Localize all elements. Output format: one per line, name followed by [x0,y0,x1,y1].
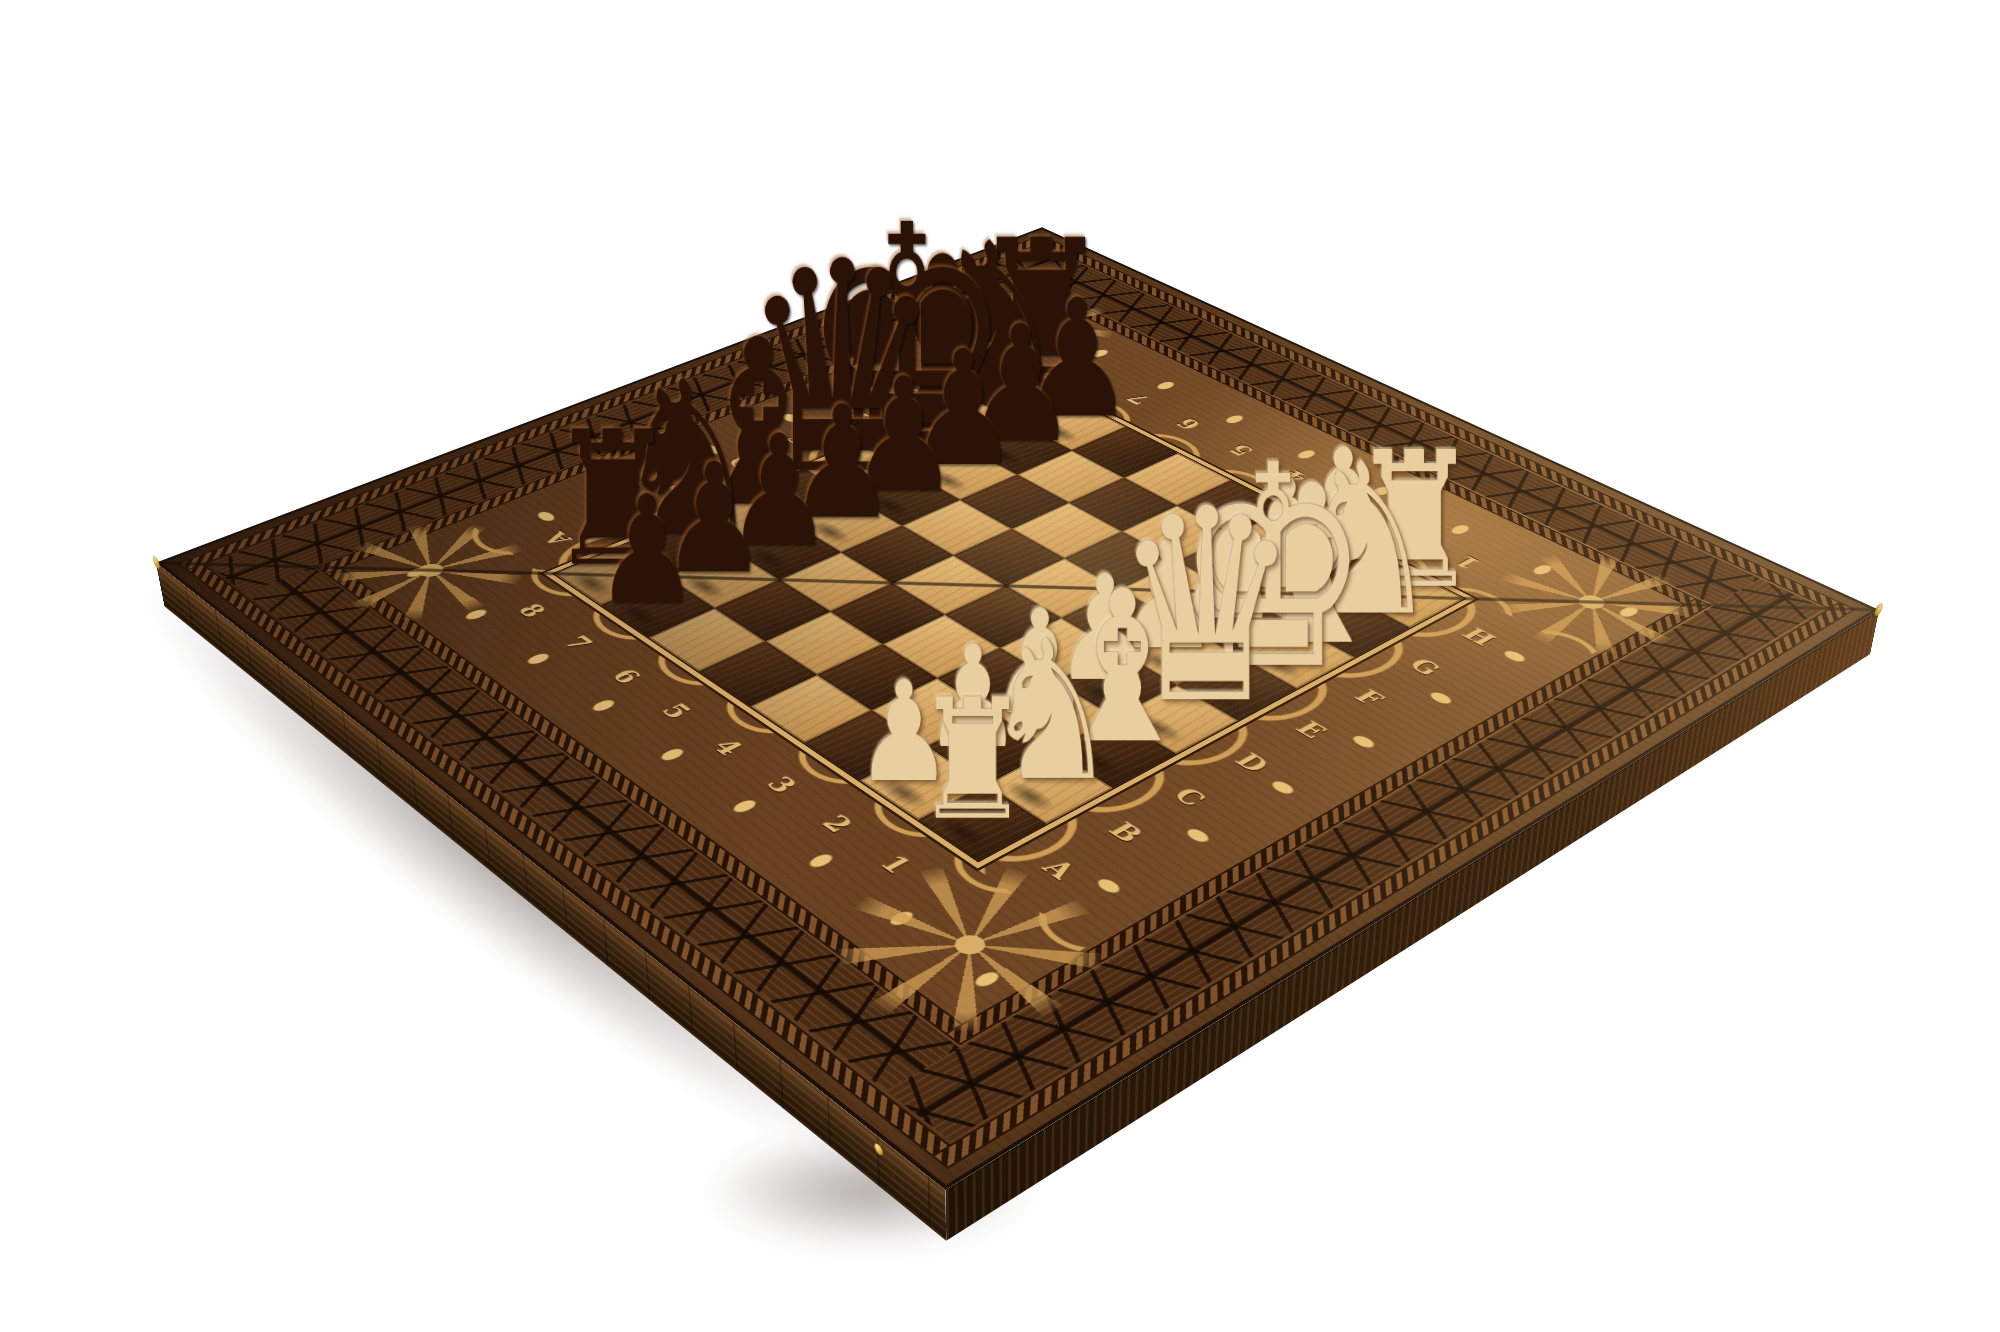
rank-label-3: 3 [729,753,836,817]
rank-label-7: 7 [530,616,628,671]
rank-label-1: 1 [840,830,952,899]
chain-carving-band [208,539,1024,1141]
file-label-B: B [1069,800,1182,866]
rank-label-5: 5 [626,682,729,741]
file-label-G: G [1374,639,1477,695]
rank-label-2: 2 [783,791,893,858]
file-label-E: E [1258,700,1364,760]
file-label-C: C [1135,765,1246,829]
brass-clasp-eyelet [874,1141,883,1157]
product-photo-carved-chess-board: 87654321 87654321 HGFEDCBA HGFEDCBA ♜♟♟♜… [0,0,2000,1332]
file-label-H: H [1428,610,1529,664]
rank-label-4: 4 [676,717,781,779]
chain-carving-band [886,579,1824,1141]
rank-label-6: 6 [577,648,678,705]
file-label-A: A [1002,835,1117,904]
chess-board: 87654321 87654321 HGFEDCBA HGFEDCBA ♜♟♟♜… [156,227,1879,1190]
file-label-D: D [1197,732,1305,794]
rank-label-8: 8 [484,584,580,637]
perspective-scene: 87654321 87654321 HGFEDCBA HGFEDCBA ♜♟♟♜… [0,0,2000,1332]
brass-hinge-pin-right [1873,602,1883,618]
carved-walnut-frame: 87654321 87654321 HGFEDCBA HGFEDCBA [156,227,1879,1190]
corner-flourish-near [784,833,1158,1069]
file-label-F: F [1317,669,1422,727]
